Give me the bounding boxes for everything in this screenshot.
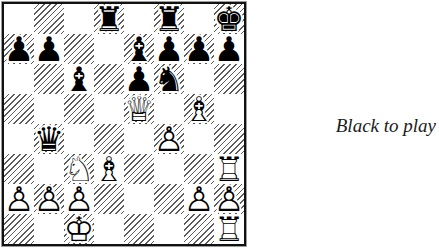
white-bishop-g5: ♝♗ xyxy=(184,94,214,124)
square-d6 xyxy=(94,64,124,94)
square-d5 xyxy=(94,94,124,124)
piece-glyph-solid: ♞ xyxy=(154,64,184,94)
piece-glyph-outline: ♙ xyxy=(154,124,184,154)
black-pawn-g7: ♟ xyxy=(184,34,214,64)
piece-glyph-outline: ♕ xyxy=(124,94,154,124)
square-a4 xyxy=(4,124,34,154)
square-e4 xyxy=(124,124,154,154)
square-d1 xyxy=(94,214,124,244)
piece-glyph-outline: ♙ xyxy=(184,184,214,214)
black-knight-f6: ♞ xyxy=(154,64,184,94)
square-e1 xyxy=(124,214,154,244)
square-f1 xyxy=(154,214,184,244)
piece-glyph-outline: ♗ xyxy=(184,94,214,124)
piece-glyph-solid: ♟ xyxy=(34,34,64,64)
square-h6 xyxy=(214,64,244,94)
square-a6 xyxy=(4,64,34,94)
square-h1: ♜♖ xyxy=(214,214,244,244)
white-king-c1: ♚♔ xyxy=(64,214,94,244)
piece-glyph-outline: ♖ xyxy=(214,214,244,244)
square-d2 xyxy=(94,184,124,214)
square-g1 xyxy=(184,214,214,244)
piece-glyph-solid: ♛ xyxy=(34,124,64,154)
white-pawn-f4: ♟♙ xyxy=(154,124,184,154)
square-f3 xyxy=(154,154,184,184)
square-g2: ♟♙ xyxy=(184,184,214,214)
piece-glyph-outline: ♗ xyxy=(94,154,124,184)
black-pawn-b7: ♟ xyxy=(34,34,64,64)
square-b6 xyxy=(34,64,64,94)
square-a5 xyxy=(4,94,34,124)
white-pawn-a2: ♟♙ xyxy=(4,184,34,214)
square-b1 xyxy=(34,214,64,244)
white-pawn-b2: ♟♙ xyxy=(34,184,64,214)
piece-glyph-solid: ♟ xyxy=(4,34,34,64)
square-b7: ♟ xyxy=(34,34,64,64)
white-queen-e5: ♛♕ xyxy=(124,94,154,124)
square-a1 xyxy=(4,214,34,244)
black-pawn-h7: ♟ xyxy=(214,34,244,64)
square-c1: ♚♔ xyxy=(64,214,94,244)
black-queen-b4: ♛ xyxy=(34,124,64,154)
piece-glyph-solid: ♝ xyxy=(64,64,94,94)
square-c8 xyxy=(64,4,94,34)
black-bishop-c6: ♝ xyxy=(64,64,94,94)
square-d8: ♜ xyxy=(94,4,124,34)
square-h7: ♟ xyxy=(214,34,244,64)
piece-glyph-outline: ♙ xyxy=(4,184,34,214)
square-h5 xyxy=(214,94,244,124)
square-f4: ♟♙ xyxy=(154,124,184,154)
piece-glyph-solid: ♟ xyxy=(184,34,214,64)
square-d3: ♝♗ xyxy=(94,154,124,184)
square-b4: ♛ xyxy=(34,124,64,154)
piece-glyph-outline: ♔ xyxy=(64,214,94,244)
side-to-move-caption: Black to play xyxy=(256,115,436,137)
piece-glyph-solid: ♜ xyxy=(94,4,124,34)
white-rook-h1: ♜♖ xyxy=(214,214,244,244)
black-rook-d8: ♜ xyxy=(94,4,124,34)
diagram-page: ♜♜♚♟♟♝♟♟♟♝♟♞♛♕♝♗♛♟♙♞♘♝♗♜♖♟♙♟♙♟♙♟♙♟♙♚♔♜♖ … xyxy=(0,0,439,248)
piece-glyph-solid: ♟ xyxy=(214,34,244,64)
chess-board: ♜♜♚♟♟♝♟♟♟♝♟♞♛♕♝♗♛♟♙♞♘♝♗♜♖♟♙♟♙♟♙♟♙♟♙♚♔♜♖ xyxy=(2,2,246,246)
square-f6: ♞ xyxy=(154,64,184,94)
square-d7 xyxy=(94,34,124,64)
black-pawn-a7: ♟ xyxy=(4,34,34,64)
square-b2: ♟♙ xyxy=(34,184,64,214)
square-a7: ♟ xyxy=(4,34,34,64)
square-f2 xyxy=(154,184,184,214)
square-g7: ♟ xyxy=(184,34,214,64)
square-c5 xyxy=(64,94,94,124)
square-e3 xyxy=(124,154,154,184)
square-c6: ♝ xyxy=(64,64,94,94)
square-g5: ♝♗ xyxy=(184,94,214,124)
white-pawn-g2: ♟♙ xyxy=(184,184,214,214)
square-e2 xyxy=(124,184,154,214)
piece-glyph-outline: ♙ xyxy=(34,184,64,214)
square-a2: ♟♙ xyxy=(4,184,34,214)
square-e5: ♛♕ xyxy=(124,94,154,124)
square-g4 xyxy=(184,124,214,154)
white-bishop-d3: ♝♗ xyxy=(94,154,124,184)
